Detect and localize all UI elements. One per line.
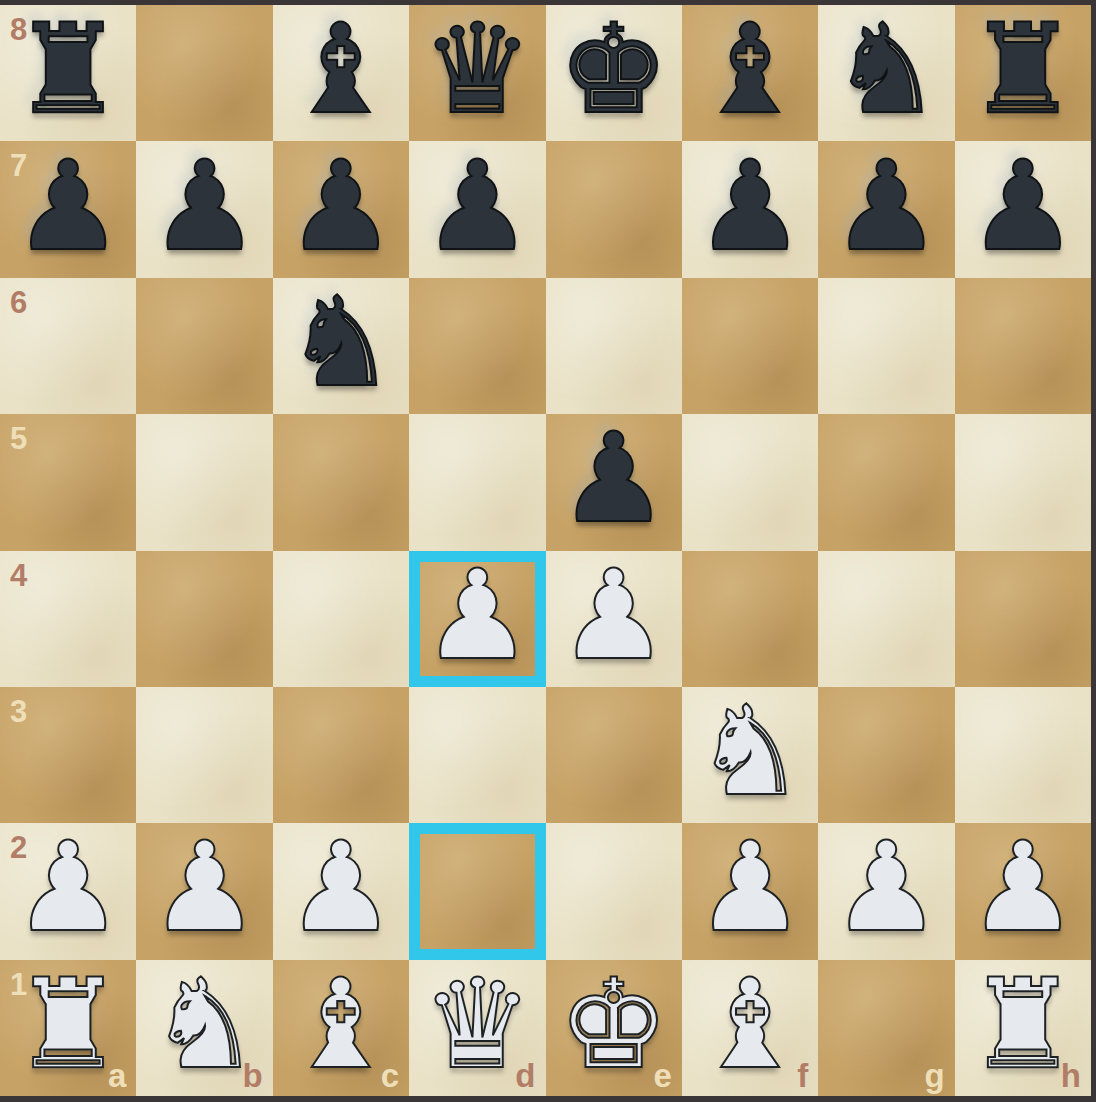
- square-b5[interactable]: [136, 414, 272, 550]
- square-d3[interactable]: [409, 687, 545, 823]
- square-h4[interactable]: [955, 551, 1091, 687]
- piece-white-king[interactable]: ♚: [558, 962, 669, 1086]
- piece-black-pawn[interactable]: ♟: [422, 144, 533, 268]
- piece-black-pawn[interactable]: ♟: [13, 144, 124, 268]
- square-e2[interactable]: [546, 823, 682, 959]
- piece-white-pawn[interactable]: ♟: [285, 825, 396, 949]
- square-a7[interactable]: 7♟: [0, 141, 136, 277]
- square-g6[interactable]: [818, 278, 954, 414]
- piece-black-bishop[interactable]: ♝: [694, 7, 805, 131]
- square-d4[interactable]: ♟: [409, 551, 545, 687]
- square-d7[interactable]: ♟: [409, 141, 545, 277]
- square-e6[interactable]: [546, 278, 682, 414]
- square-h5[interactable]: [955, 414, 1091, 550]
- piece-black-knight[interactable]: ♞: [285, 280, 396, 404]
- square-h8[interactable]: ♜: [955, 5, 1091, 141]
- rank-label-4: 4: [10, 558, 27, 594]
- square-a6[interactable]: 6: [0, 278, 136, 414]
- square-b3[interactable]: [136, 687, 272, 823]
- square-h7[interactable]: ♟: [955, 141, 1091, 277]
- square-d6[interactable]: [409, 278, 545, 414]
- piece-black-pawn[interactable]: ♟: [285, 144, 396, 268]
- square-g8[interactable]: ♞: [818, 5, 954, 141]
- square-f3[interactable]: ♞: [682, 687, 818, 823]
- piece-white-pawn[interactable]: ♟: [831, 825, 942, 949]
- square-a2[interactable]: 2♟: [0, 823, 136, 959]
- square-a1[interactable]: 1a♜: [0, 960, 136, 1096]
- square-f7[interactable]: ♟: [682, 141, 818, 277]
- square-a3[interactable]: 3: [0, 687, 136, 823]
- square-g3[interactable]: [818, 687, 954, 823]
- piece-white-bishop[interactable]: ♝: [694, 962, 805, 1086]
- square-d8[interactable]: ♛: [409, 5, 545, 141]
- square-b2[interactable]: ♟: [136, 823, 272, 959]
- piece-white-pawn[interactable]: ♟: [694, 825, 805, 949]
- piece-black-pawn[interactable]: ♟: [149, 144, 260, 268]
- piece-black-knight[interactable]: ♞: [831, 7, 942, 131]
- square-g5[interactable]: [818, 414, 954, 550]
- square-b6[interactable]: [136, 278, 272, 414]
- board-frame: 8♜♝♛♚♝♞♜7♟♟♟♟♟♟♟6♞5♟4♟♟3♞2♟♟♟♟♟♟1a♜b♞c♝d…: [0, 0, 1096, 1102]
- rank-label-3: 3: [10, 694, 27, 730]
- piece-white-pawn[interactable]: ♟: [558, 553, 669, 677]
- square-g7[interactable]: ♟: [818, 141, 954, 277]
- piece-black-pawn[interactable]: ♟: [558, 416, 669, 540]
- square-b1[interactable]: b♞: [136, 960, 272, 1096]
- piece-black-rook[interactable]: ♜: [967, 7, 1078, 131]
- square-a8[interactable]: 8♜: [0, 5, 136, 141]
- piece-black-queen[interactable]: ♛: [422, 7, 533, 131]
- square-b7[interactable]: ♟: [136, 141, 272, 277]
- square-h3[interactable]: [955, 687, 1091, 823]
- square-c1[interactable]: c♝: [273, 960, 409, 1096]
- chess-board: 8♜♝♛♚♝♞♜7♟♟♟♟♟♟♟6♞5♟4♟♟3♞2♟♟♟♟♟♟1a♜b♞c♝d…: [0, 5, 1091, 1096]
- square-g4[interactable]: [818, 551, 954, 687]
- piece-white-pawn[interactable]: ♟: [422, 553, 533, 677]
- piece-white-rook[interactable]: ♜: [13, 962, 124, 1086]
- square-e7[interactable]: [546, 141, 682, 277]
- square-h1[interactable]: h♜: [955, 960, 1091, 1096]
- square-a4[interactable]: 4: [0, 551, 136, 687]
- piece-white-pawn[interactable]: ♟: [149, 825, 260, 949]
- rank-label-6: 6: [10, 285, 27, 321]
- square-b8[interactable]: [136, 5, 272, 141]
- piece-black-rook[interactable]: ♜: [13, 7, 124, 131]
- square-e1[interactable]: e♚: [546, 960, 682, 1096]
- rank-label-5: 5: [10, 421, 27, 457]
- piece-white-queen[interactable]: ♛: [422, 962, 533, 1086]
- square-e3[interactable]: [546, 687, 682, 823]
- square-e5[interactable]: ♟: [546, 414, 682, 550]
- square-b4[interactable]: [136, 551, 272, 687]
- square-e4[interactable]: ♟: [546, 551, 682, 687]
- square-g2[interactable]: ♟: [818, 823, 954, 959]
- square-c4[interactable]: [273, 551, 409, 687]
- piece-white-knight[interactable]: ♞: [694, 689, 805, 813]
- square-d2[interactable]: [409, 823, 545, 959]
- square-c2[interactable]: ♟: [273, 823, 409, 959]
- square-f6[interactable]: [682, 278, 818, 414]
- piece-white-bishop[interactable]: ♝: [285, 962, 396, 1086]
- square-d5[interactable]: [409, 414, 545, 550]
- square-f2[interactable]: ♟: [682, 823, 818, 959]
- square-c6[interactable]: ♞: [273, 278, 409, 414]
- piece-black-pawn[interactable]: ♟: [967, 144, 1078, 268]
- square-h6[interactable]: [955, 278, 1091, 414]
- square-e8[interactable]: ♚: [546, 5, 682, 141]
- piece-white-pawn[interactable]: ♟: [13, 825, 124, 949]
- piece-black-king[interactable]: ♚: [558, 7, 669, 131]
- piece-black-pawn[interactable]: ♟: [694, 144, 805, 268]
- piece-black-pawn[interactable]: ♟: [831, 144, 942, 268]
- square-f1[interactable]: f♝: [682, 960, 818, 1096]
- square-f5[interactable]: [682, 414, 818, 550]
- square-c7[interactable]: ♟: [273, 141, 409, 277]
- piece-black-bishop[interactable]: ♝: [285, 7, 396, 131]
- square-h2[interactable]: ♟: [955, 823, 1091, 959]
- square-c5[interactable]: [273, 414, 409, 550]
- square-f4[interactable]: [682, 551, 818, 687]
- square-c8[interactable]: ♝: [273, 5, 409, 141]
- square-a5[interactable]: 5: [0, 414, 136, 550]
- square-g1[interactable]: g: [818, 960, 954, 1096]
- file-label-g: g: [924, 1057, 944, 1095]
- square-f8[interactable]: ♝: [682, 5, 818, 141]
- piece-white-knight[interactable]: ♞: [149, 962, 260, 1086]
- square-c3[interactable]: [273, 687, 409, 823]
- piece-white-pawn[interactable]: ♟: [967, 825, 1078, 949]
- piece-white-rook[interactable]: ♜: [967, 962, 1078, 1086]
- square-d1[interactable]: d♛: [409, 960, 545, 1096]
